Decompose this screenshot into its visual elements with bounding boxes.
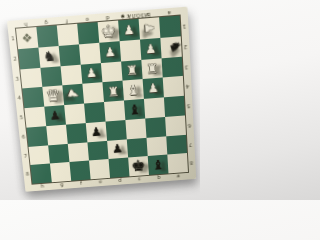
file-label-bottom-g: g [52, 181, 72, 190]
black-knight-g2: ♞ [38, 46, 60, 68]
white-rook-d4: ♜ [102, 81, 124, 102]
square-d8 [109, 158, 130, 178]
file-label-top-g: g [36, 17, 57, 27]
file-label-bottom-c: c [129, 175, 149, 184]
file-label-bottom-h: h [32, 182, 52, 191]
square-h8 [30, 164, 51, 184]
photo-background: ИЗОЛА ◉ ❖ 1122334455667788hhggffeeddccbb… [0, 0, 200, 200]
black-bishop-c5: ♝ [124, 99, 145, 120]
file-label-bottom-e: e [91, 178, 111, 187]
square-e8 [89, 159, 110, 179]
file-label-top-e: e [76, 14, 97, 24]
white-pawn-b1: ♟ [139, 17, 160, 39]
white-pawn-e3: ♟ [81, 63, 103, 84]
black-pawn-d7: ♟ [107, 139, 128, 159]
square-h2 [18, 47, 40, 69]
chess-mat: ИЗОЛА ◉ ❖ 1122334455667788hhggffeeddccbb… [7, 7, 196, 192]
square-a8 [167, 153, 188, 173]
square-c6 [125, 118, 146, 139]
square-g1 [36, 25, 58, 47]
square-h4 [22, 87, 44, 108]
square-h3 [20, 67, 42, 88]
file-label-bottom-d: d [110, 176, 130, 185]
square-a5 [164, 96, 185, 117]
black-king-c8: ♚ [128, 156, 149, 176]
rank-label-right-6: 6 [185, 115, 194, 135]
file-label-bottom-a: a [168, 172, 188, 181]
square-a3 [162, 56, 183, 77]
square-b6 [145, 117, 166, 138]
square-g7 [48, 143, 69, 163]
square-f7 [68, 142, 89, 162]
square-d3 [101, 61, 123, 82]
square-h6 [26, 126, 48, 147]
white-pawn-d2: ♟ [99, 41, 121, 63]
square-d6 [106, 120, 127, 141]
square-e2 [79, 43, 101, 65]
rank-label-right-7: 7 [186, 134, 195, 154]
file-label-bottom-b: b [149, 173, 169, 182]
rank-label-right-3: 3 [182, 56, 191, 77]
rank-label-right-5: 5 [184, 95, 193, 115]
square-f1 [57, 24, 79, 46]
white-pawn-b4: ♟ [143, 78, 164, 99]
square-h7 [28, 145, 49, 165]
black-pawn-g5: ♟ [44, 105, 66, 126]
black-pawn-e6: ♟ [86, 121, 107, 142]
square-f8 [69, 161, 90, 181]
square-b5 [144, 97, 165, 118]
corner-ornament-icon: ❖ [17, 28, 37, 48]
square-f6 [66, 123, 87, 144]
square-g6 [46, 124, 68, 145]
black-bishop-b8: ♝ [148, 155, 169, 175]
white-rook-b3: ♜ [141, 58, 162, 79]
file-label-top-h: h [15, 19, 36, 29]
square-f5 [64, 104, 86, 125]
file-label-top-f: f [56, 15, 77, 25]
rank-label-right-4: 4 [183, 76, 192, 96]
file-label-bottom-f: f [71, 179, 91, 188]
square-c7 [127, 137, 148, 157]
square-e7 [87, 140, 108, 160]
square-e1 [77, 22, 99, 44]
square-g3 [40, 66, 62, 87]
file-label-top-a: a [159, 7, 180, 17]
rank-label-right-8: 8 [187, 153, 196, 172]
square-a4 [163, 76, 184, 97]
white-pawn-b2: ♟ [140, 38, 162, 60]
square-f2 [59, 44, 81, 66]
white-king-d1: ♚ [98, 21, 120, 43]
white-rook-c3: ♜ [121, 59, 143, 80]
square-e4 [82, 82, 104, 103]
square-c2 [120, 39, 142, 61]
square-e5 [84, 102, 105, 123]
white-pawn-c1: ♟ [118, 19, 140, 41]
square-a7 [166, 134, 187, 154]
square-b7 [146, 136, 167, 156]
square-g8 [50, 162, 71, 182]
square-h5 [24, 107, 46, 128]
square-a6 [165, 115, 186, 136]
white-bishop-c4: ♝ [123, 79, 144, 100]
square-d5 [104, 100, 125, 121]
